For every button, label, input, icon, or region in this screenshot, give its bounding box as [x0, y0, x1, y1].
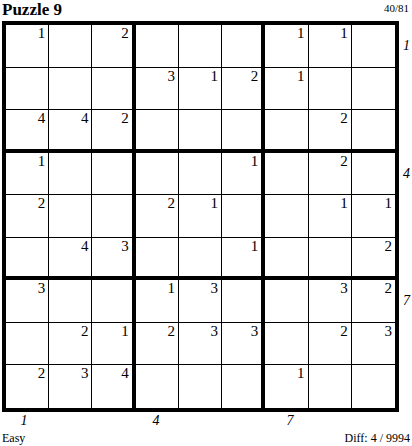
- sudoku-board: 1211312144221122211143123133221233232341: [2, 21, 399, 412]
- cell-r8c2[interactable]: 2: [49, 323, 92, 366]
- cell-r3c8[interactable]: 2: [309, 110, 352, 153]
- cell-r4c9[interactable]: [352, 153, 395, 196]
- cell-r6c8[interactable]: [309, 238, 352, 281]
- cell-r4c1[interactable]: 1: [6, 153, 49, 196]
- puzzle-page: Puzzle 9 40/81 1211312144221122211143123…: [0, 0, 412, 446]
- difficulty-stat: Diff: 4 / 9994: [345, 431, 410, 446]
- cell-r8c1[interactable]: [6, 323, 49, 366]
- col-band-label-7: 7: [287, 414, 294, 428]
- cell-r9c6[interactable]: [222, 365, 265, 408]
- cell-r1c4[interactable]: [136, 25, 179, 68]
- col-band-label-1: 1: [21, 414, 28, 428]
- cell-r1c9[interactable]: [352, 25, 395, 68]
- cell-r8c5[interactable]: 3: [179, 323, 222, 366]
- cell-r7c8[interactable]: 3: [309, 280, 352, 323]
- cell-r6c2[interactable]: 4: [49, 238, 92, 281]
- cell-r3c4[interactable]: [136, 110, 179, 153]
- cell-r8c3[interactable]: 1: [92, 323, 135, 366]
- cell-r5c4[interactable]: 2: [136, 195, 179, 238]
- cell-r5c2[interactable]: [49, 195, 92, 238]
- cell-r1c8[interactable]: 1: [309, 25, 352, 68]
- cell-r2c5[interactable]: 1: [179, 68, 222, 111]
- cell-r2c8[interactable]: [309, 68, 352, 111]
- cell-r5c5[interactable]: 1: [179, 195, 222, 238]
- cell-r7c3[interactable]: [92, 280, 135, 323]
- cell-r6c7[interactable]: [265, 238, 308, 281]
- cell-r7c5[interactable]: 3: [179, 280, 222, 323]
- cell-r2c1[interactable]: [6, 68, 49, 111]
- cell-r1c3[interactable]: 2: [92, 25, 135, 68]
- cell-r9c5[interactable]: [179, 365, 222, 408]
- cell-r9c7[interactable]: 1: [265, 365, 308, 408]
- cell-r1c7[interactable]: 1: [265, 25, 308, 68]
- cell-r7c9[interactable]: 2: [352, 280, 395, 323]
- cell-r3c9[interactable]: [352, 110, 395, 153]
- cell-r3c7[interactable]: [265, 110, 308, 153]
- cell-r3c6[interactable]: [222, 110, 265, 153]
- cell-r2c2[interactable]: [49, 68, 92, 111]
- cell-r5c3[interactable]: [92, 195, 135, 238]
- cell-r7c4[interactable]: 1: [136, 280, 179, 323]
- cell-r5c8[interactable]: 1: [309, 195, 352, 238]
- cell-r9c4[interactable]: [136, 365, 179, 408]
- cell-r8c4[interactable]: 2: [136, 323, 179, 366]
- cell-r5c6[interactable]: [222, 195, 265, 238]
- cell-r6c1[interactable]: [6, 238, 49, 281]
- cell-r1c2[interactable]: [49, 25, 92, 68]
- cell-r1c6[interactable]: [222, 25, 265, 68]
- page-title: Puzzle 9: [2, 0, 62, 20]
- cell-r8c9[interactable]: 3: [352, 323, 395, 366]
- cell-r6c4[interactable]: [136, 238, 179, 281]
- cell-r6c9[interactable]: 2: [352, 238, 395, 281]
- cell-r5c1[interactable]: 2: [6, 195, 49, 238]
- cell-r7c1[interactable]: 3: [6, 280, 49, 323]
- cell-r5c7[interactable]: [265, 195, 308, 238]
- cell-r7c6[interactable]: [222, 280, 265, 323]
- cell-r3c3[interactable]: 2: [92, 110, 135, 153]
- cell-r2c9[interactable]: [352, 68, 395, 111]
- cell-r4c6[interactable]: 1: [222, 153, 265, 196]
- row-band-label-1: 1: [403, 39, 410, 53]
- cell-r6c3[interactable]: 3: [92, 238, 135, 281]
- cell-r2c3[interactable]: [92, 68, 135, 111]
- cell-r8c7[interactable]: [265, 323, 308, 366]
- cell-r2c7[interactable]: 1: [265, 68, 308, 111]
- cell-r4c5[interactable]: [179, 153, 222, 196]
- cell-r4c3[interactable]: [92, 153, 135, 196]
- clue-count-indicator: 40/81: [384, 2, 409, 14]
- cell-r4c7[interactable]: [265, 153, 308, 196]
- cell-r1c5[interactable]: [179, 25, 222, 68]
- cell-r7c2[interactable]: [49, 280, 92, 323]
- cell-r8c6[interactable]: 3: [222, 323, 265, 366]
- cell-r9c9[interactable]: [352, 365, 395, 408]
- row-band-label-7: 7: [403, 294, 410, 308]
- cell-r3c5[interactable]: [179, 110, 222, 153]
- cell-r9c2[interactable]: 3: [49, 365, 92, 408]
- cell-r8c8[interactable]: 2: [309, 323, 352, 366]
- cell-r6c5[interactable]: [179, 238, 222, 281]
- cell-r2c6[interactable]: 2: [222, 68, 265, 111]
- difficulty-label: Easy: [2, 431, 25, 446]
- cell-r7c7[interactable]: [265, 280, 308, 323]
- cell-r6c6[interactable]: 1: [222, 238, 265, 281]
- cell-r4c2[interactable]: [49, 153, 92, 196]
- cell-r3c2[interactable]: 4: [49, 110, 92, 153]
- col-band-label-4: 4: [153, 414, 160, 428]
- cell-r9c8[interactable]: [309, 365, 352, 408]
- row-band-label-4: 4: [403, 167, 410, 181]
- cell-r3c1[interactable]: 4: [6, 110, 49, 153]
- cell-r2c4[interactable]: 3: [136, 68, 179, 111]
- cell-r9c3[interactable]: 4: [92, 365, 135, 408]
- cell-r9c1[interactable]: 2: [6, 365, 49, 408]
- cell-r1c1[interactable]: 1: [6, 25, 49, 68]
- cell-r4c8[interactable]: 2: [309, 153, 352, 196]
- cell-r4c4[interactable]: [136, 153, 179, 196]
- cell-r5c9[interactable]: 1: [352, 195, 395, 238]
